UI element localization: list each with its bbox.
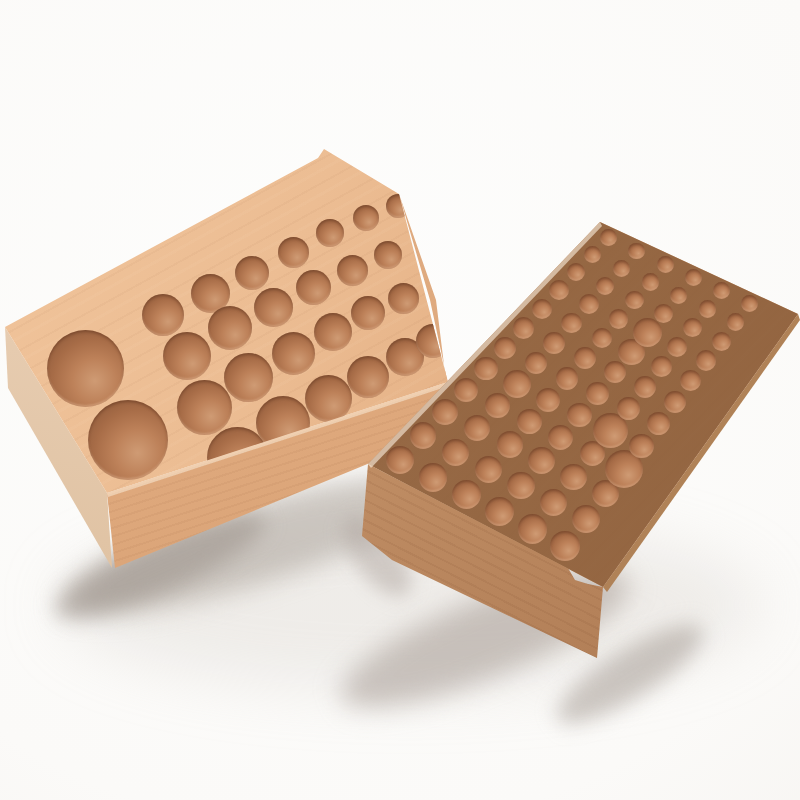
drill-hole <box>419 463 448 492</box>
drill-hole <box>550 531 580 561</box>
product-photo-scene <box>0 0 800 800</box>
drill-hole <box>696 350 716 370</box>
drill-hole <box>374 241 402 269</box>
drill-hole <box>432 399 458 425</box>
drill-hole <box>642 273 659 290</box>
drill-hole <box>560 464 587 491</box>
drill-hole <box>667 337 687 357</box>
drill-hole <box>386 194 410 218</box>
drill-hole <box>47 330 124 407</box>
drill-hole <box>647 412 670 435</box>
drill-hole <box>664 391 686 413</box>
drill-hole <box>685 269 702 286</box>
drill-hole <box>503 370 531 398</box>
drill-hole <box>528 447 555 474</box>
drill-hole <box>592 328 612 348</box>
drill-hole <box>572 505 600 533</box>
drill-hole <box>177 380 232 435</box>
drill-hole <box>579 294 599 314</box>
drill-hole <box>314 313 352 351</box>
drill-hole <box>699 300 717 318</box>
drill-hole <box>296 270 331 305</box>
drill-hole <box>388 283 419 314</box>
drill-hole <box>741 295 758 312</box>
drill-hole <box>88 400 168 480</box>
drill-hole <box>485 497 514 526</box>
drill-hole <box>353 205 379 231</box>
drill-hole <box>609 309 629 329</box>
drill-hole <box>712 332 731 351</box>
drill-hole <box>518 514 547 543</box>
drill-hole <box>556 367 578 389</box>
drill-hole <box>654 304 673 323</box>
drill-hole <box>567 403 591 427</box>
drill-hole <box>410 422 437 449</box>
drill-hole <box>543 332 565 354</box>
drill-hole <box>586 382 609 405</box>
drill-hole <box>634 376 656 398</box>
drill-hole <box>454 378 478 402</box>
drill-hole <box>513 317 535 339</box>
drill-hole <box>254 288 293 327</box>
drill-hole <box>494 337 516 359</box>
drill-hole <box>613 260 630 277</box>
drill-hole <box>452 480 481 509</box>
drill-hole <box>561 313 581 333</box>
drill-hole <box>416 324 450 358</box>
drill-hole <box>235 256 269 290</box>
drill-hole <box>351 296 385 330</box>
drill-hole <box>548 425 573 450</box>
drill-hole <box>680 370 701 391</box>
drill-hole <box>278 237 309 268</box>
drill-hole <box>347 356 389 398</box>
drill-hole <box>574 347 596 369</box>
drill-hole <box>485 393 509 417</box>
drill-hole <box>604 361 626 383</box>
drill-hole <box>475 456 502 483</box>
drill-hole <box>567 263 585 281</box>
drill-hole <box>474 357 498 381</box>
drill-hole <box>584 246 601 263</box>
drill-hole <box>532 299 552 319</box>
drill-hole <box>683 318 702 337</box>
drill-hole <box>600 229 617 246</box>
drill-hole <box>316 219 344 247</box>
drill-hole <box>713 282 730 299</box>
drill-hole <box>628 243 645 260</box>
drill-hole <box>625 291 644 310</box>
drill-hole <box>517 409 542 434</box>
drill-hole <box>142 294 184 336</box>
drill-hole <box>617 397 640 420</box>
drill-hole <box>208 306 252 350</box>
drill-hole <box>633 318 662 347</box>
drill-hole <box>651 356 672 377</box>
drill-hole <box>525 352 547 374</box>
drill-hole <box>224 353 273 402</box>
drill-hole <box>497 431 523 457</box>
drill-hole <box>596 277 614 295</box>
drill-hole <box>386 446 415 475</box>
drill-hole <box>536 388 560 412</box>
drill-hole <box>727 313 745 331</box>
drill-hole <box>163 332 211 380</box>
drill-hole <box>272 332 315 375</box>
drill-hole <box>507 472 534 499</box>
drill-hole <box>549 280 569 300</box>
drill-hole <box>670 287 687 304</box>
drill-hole <box>442 439 469 466</box>
drill-hole <box>629 434 654 459</box>
drill-hole <box>305 375 352 422</box>
drill-hole <box>337 255 368 286</box>
drill-hole <box>464 415 490 441</box>
drill-hole <box>540 489 568 517</box>
drill-hole <box>657 256 674 273</box>
